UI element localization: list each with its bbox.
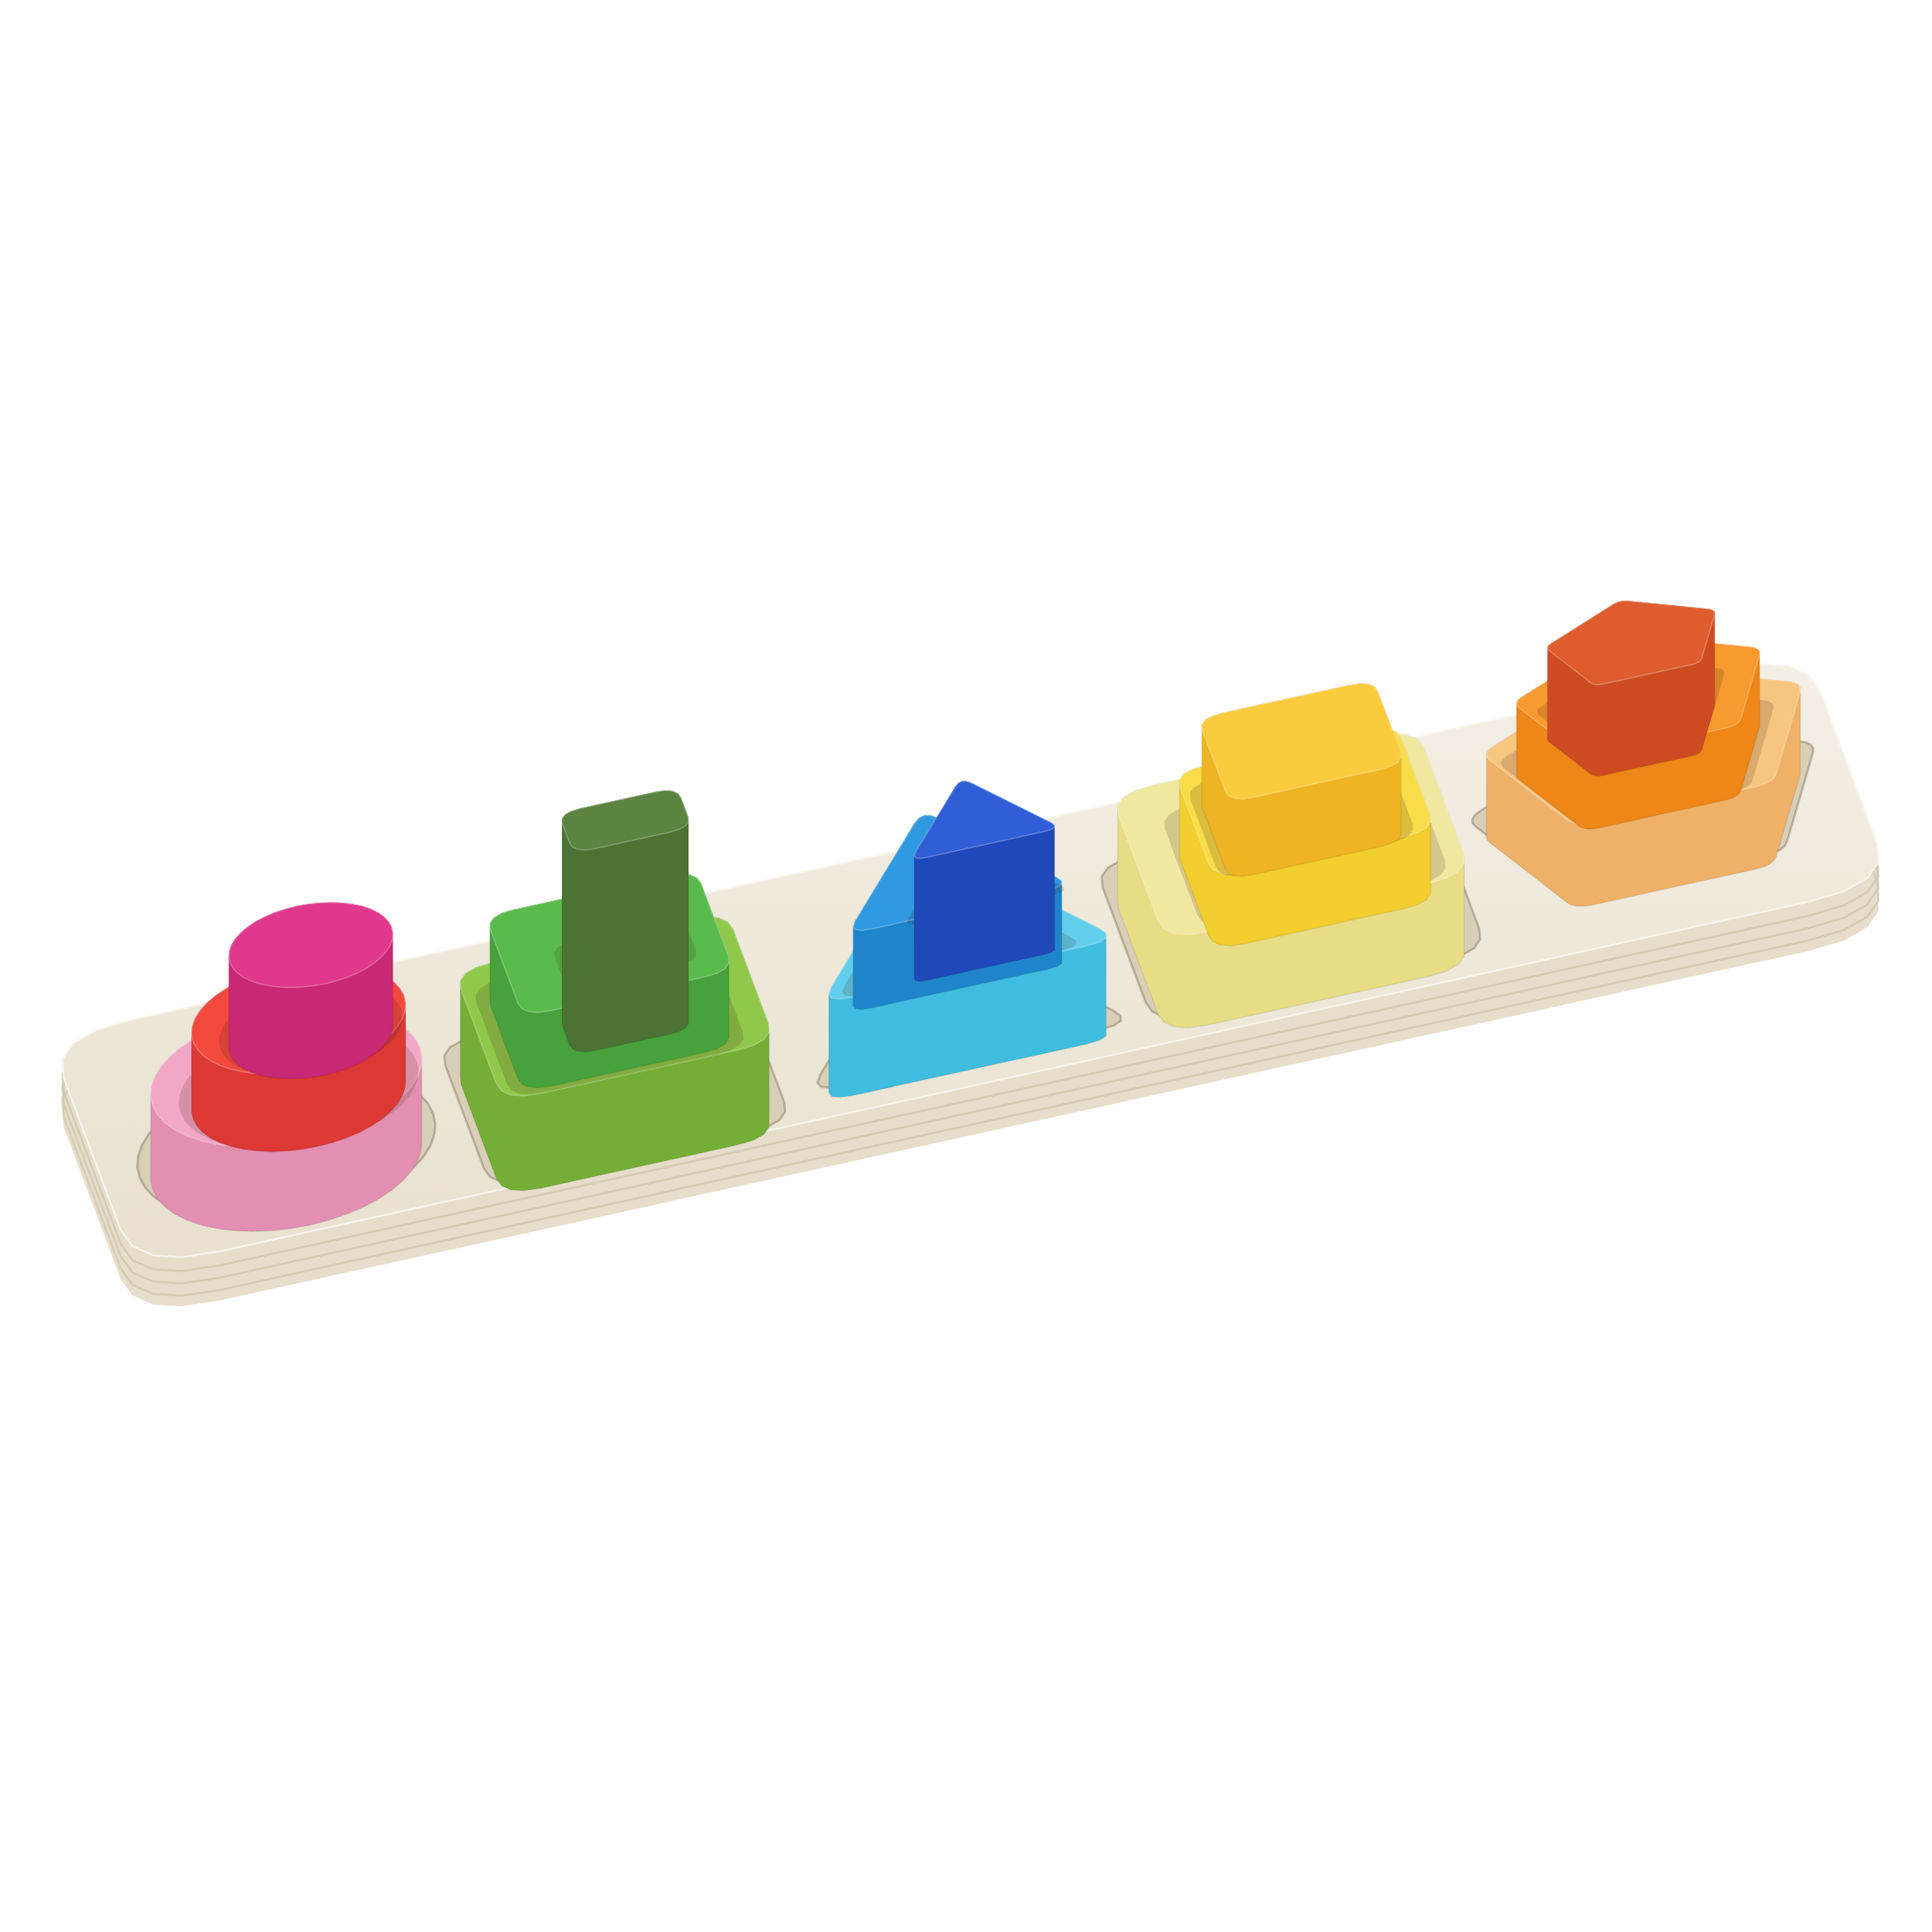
product-photo-stage (0, 0, 1932, 1932)
station-circles (151, 902, 422, 1231)
station-pentagons (1487, 601, 1801, 906)
station-yellow-squares (1118, 683, 1465, 1027)
station-green-squares (460, 790, 769, 1191)
toy-photo-illustration (0, 0, 1932, 1932)
